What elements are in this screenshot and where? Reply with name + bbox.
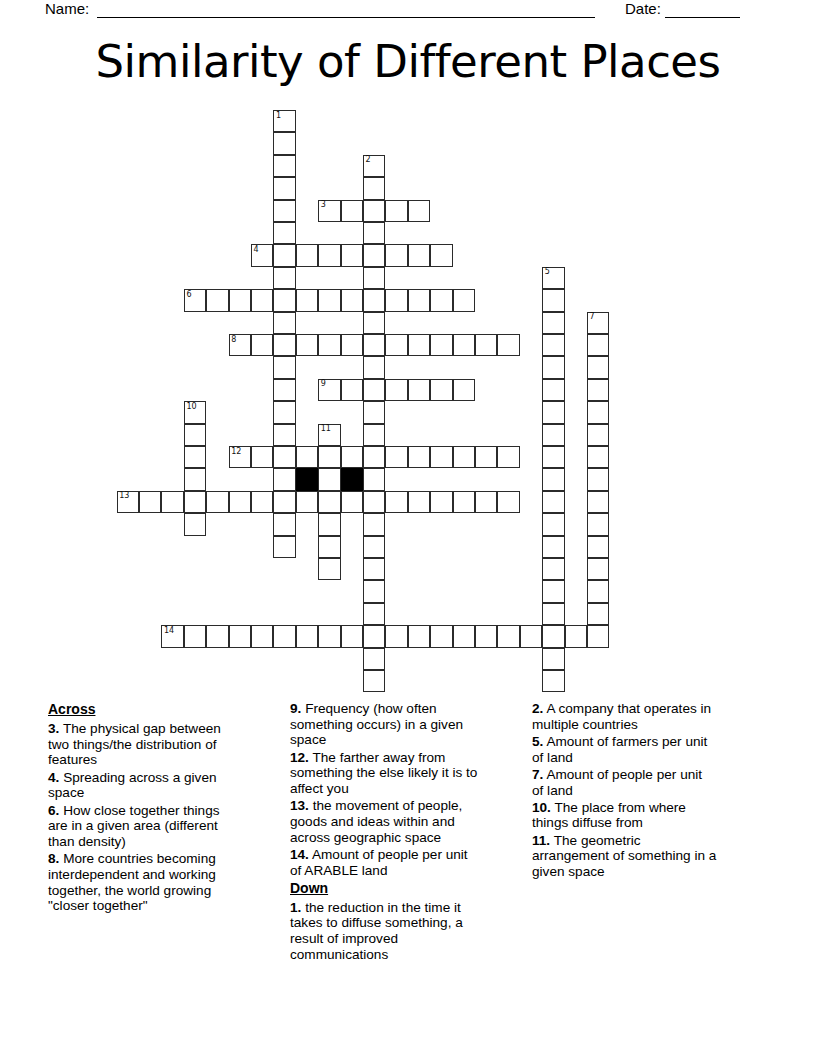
grid-cell[interactable] xyxy=(363,468,385,490)
grid-cell[interactable] xyxy=(542,312,564,334)
blocked-cell xyxy=(341,468,363,490)
grid-cell[interactable] xyxy=(273,177,295,199)
grid-cell[interactable] xyxy=(273,222,295,244)
grid-cell[interactable] xyxy=(273,379,295,401)
grid-cell[interactable]: 12 xyxy=(229,446,251,468)
clue-13: 13. the movement of people, goods and id… xyxy=(290,798,530,845)
clue-text: More countries becoming interdependent a… xyxy=(48,851,216,913)
cell-number: 14 xyxy=(164,627,174,635)
clue-number-label: 13. xyxy=(290,798,309,813)
grid-cell[interactable] xyxy=(587,401,609,423)
grid-cell[interactable] xyxy=(408,200,430,222)
grid-cell[interactable] xyxy=(363,603,385,625)
grid-cell[interactable] xyxy=(542,491,564,513)
grid-cell[interactable] xyxy=(542,648,564,670)
grid-cell[interactable] xyxy=(542,670,564,692)
clue-14: 14. Amount of people per unit of ARABLE … xyxy=(290,847,530,878)
clue-number-label: 7. xyxy=(532,767,543,782)
grid-cell[interactable] xyxy=(587,379,609,401)
clue-number-label: 1. xyxy=(290,900,301,915)
grid-cell[interactable] xyxy=(363,334,385,356)
grid-cell[interactable] xyxy=(565,625,587,647)
grid-cell[interactable] xyxy=(251,334,273,356)
grid-cell[interactable] xyxy=(363,244,385,266)
clue-9: 9. Frequency (how often something occurs… xyxy=(290,701,530,748)
grid-cell[interactable] xyxy=(296,446,318,468)
grid-cell[interactable] xyxy=(229,625,251,647)
grid-cell[interactable] xyxy=(296,334,318,356)
grid-cell[interactable] xyxy=(363,424,385,446)
grid-cell[interactable] xyxy=(520,625,542,647)
grid-cell[interactable]: 13 xyxy=(117,491,139,513)
grid-cell[interactable] xyxy=(497,491,519,513)
puzzle-title: Similarity of Different Places xyxy=(0,36,816,88)
clue-11: 11. The geometric arrangement of somethi… xyxy=(532,833,766,880)
grid-cell[interactable] xyxy=(273,401,295,423)
crossword-worksheet: Name: Date: Similarity of Different Plac… xyxy=(0,0,816,1056)
across-heading: Across xyxy=(48,701,288,717)
clue-text: Amount of farmers per unit of land xyxy=(532,734,707,765)
grid-cell[interactable] xyxy=(206,625,228,647)
grid-cell[interactable] xyxy=(363,558,385,580)
grid-cell[interactable] xyxy=(318,244,340,266)
grid-cell[interactable] xyxy=(273,334,295,356)
grid-cell[interactable] xyxy=(341,244,363,266)
grid-cell[interactable] xyxy=(587,513,609,535)
grid-cell[interactable]: 4 xyxy=(251,244,273,266)
grid-cell[interactable] xyxy=(587,625,609,647)
grid-cell[interactable] xyxy=(430,491,452,513)
grid-cell[interactable]: 3 xyxy=(318,200,340,222)
grid-cell[interactable] xyxy=(587,356,609,378)
clue-text: How close together things are in a given… xyxy=(48,803,220,849)
grid-cell[interactable] xyxy=(542,536,564,558)
clue-10: 10. The place from where things diffuse … xyxy=(532,800,766,831)
grid-cell[interactable] xyxy=(542,356,564,378)
name-label: Name: xyxy=(45,1,89,17)
cell-number: 12 xyxy=(231,448,241,456)
grid-cell[interactable] xyxy=(318,536,340,558)
grid-cell[interactable] xyxy=(453,446,475,468)
cell-number: 4 xyxy=(254,246,259,254)
blocked-cell xyxy=(296,468,318,490)
clue-number-label: 3. xyxy=(48,721,59,736)
grid-cell[interactable] xyxy=(184,468,206,490)
grid-cell[interactable] xyxy=(385,200,407,222)
clue-text: the movement of people, goods and ideas … xyxy=(290,798,462,844)
clue-text: the reduction in the time it takes to di… xyxy=(290,900,463,962)
clue-number-label: 2. xyxy=(532,701,543,716)
grid-cell[interactable] xyxy=(341,200,363,222)
grid-cell[interactable] xyxy=(273,155,295,177)
grid-cell[interactable]: 10 xyxy=(184,401,206,423)
clue-column-right: 2. A company that operates in multiple c… xyxy=(532,701,766,881)
grid-cell[interactable]: 6 xyxy=(184,289,206,311)
grid-cell[interactable] xyxy=(587,536,609,558)
grid-cell[interactable] xyxy=(363,356,385,378)
grid-cell[interactable] xyxy=(341,334,363,356)
grid-cell[interactable] xyxy=(385,625,407,647)
grid-cell[interactable] xyxy=(542,446,564,468)
grid-cell[interactable] xyxy=(408,289,430,311)
grid-cell[interactable] xyxy=(587,446,609,468)
cell-number: 1 xyxy=(276,112,281,120)
grid-cell[interactable] xyxy=(430,289,452,311)
grid-cell[interactable] xyxy=(430,446,452,468)
clue-4: 4. Spreading across a given space xyxy=(48,770,288,801)
grid-cell[interactable] xyxy=(184,424,206,446)
clue-2: 2. A company that operates in multiple c… xyxy=(532,701,766,732)
grid-cell[interactable] xyxy=(430,334,452,356)
grid-cell[interactable] xyxy=(273,356,295,378)
grid-cell[interactable] xyxy=(341,446,363,468)
grid-cell[interactable] xyxy=(273,312,295,334)
grid-cell[interactable] xyxy=(408,334,430,356)
grid-cell[interactable] xyxy=(341,625,363,647)
grid-cell[interactable] xyxy=(363,222,385,244)
clue-7: 7. Amount of people per unit of land xyxy=(532,767,766,798)
grid-cell[interactable] xyxy=(587,603,609,625)
grid-cell[interactable] xyxy=(542,468,564,490)
grid-cell[interactable] xyxy=(385,334,407,356)
cell-number: 9 xyxy=(321,380,326,388)
grid-cell[interactable] xyxy=(296,244,318,266)
clue-8: 8. More countries becoming interdependen… xyxy=(48,851,288,914)
grid-cell[interactable] xyxy=(318,491,340,513)
grid-cell[interactable]: 11 xyxy=(318,424,340,446)
grid-cell[interactable] xyxy=(318,625,340,647)
grid-cell[interactable] xyxy=(363,446,385,468)
grid-cell[interactable] xyxy=(273,513,295,535)
grid-cell[interactable] xyxy=(587,468,609,490)
cell-number: 7 xyxy=(590,313,595,321)
clue-12: 12. The farther away from something the … xyxy=(290,750,530,797)
clue-number-label: 6. xyxy=(48,803,59,818)
cell-number: 11 xyxy=(321,425,331,433)
grid-cell[interactable] xyxy=(453,491,475,513)
grid-cell[interactable]: 5 xyxy=(542,267,564,289)
clue-5: 5. Amount of farmers per unit of land xyxy=(532,734,766,765)
grid-cell[interactable] xyxy=(273,536,295,558)
cell-number: 3 xyxy=(321,201,326,209)
cell-number: 13 xyxy=(119,492,129,500)
grid-cell[interactable] xyxy=(497,446,519,468)
grid-cell[interactable] xyxy=(139,491,161,513)
grid-cell[interactable] xyxy=(318,513,340,535)
grid-cell[interactable] xyxy=(587,580,609,602)
grid-cell[interactable] xyxy=(475,625,497,647)
date-label: Date: xyxy=(625,1,661,17)
grid-cell[interactable] xyxy=(251,491,273,513)
grid-cell[interactable] xyxy=(273,200,295,222)
grid-cell[interactable] xyxy=(385,289,407,311)
grid-cell[interactable]: 8 xyxy=(229,334,251,356)
grid-cell[interactable] xyxy=(363,648,385,670)
grid-cell[interactable] xyxy=(497,625,519,647)
grid-cell[interactable] xyxy=(475,491,497,513)
clue-text: The place from where things diffuse from xyxy=(532,800,686,831)
grid-cell[interactable] xyxy=(229,491,251,513)
grid-cell[interactable] xyxy=(251,289,273,311)
grid-cell[interactable] xyxy=(363,625,385,647)
grid-cell[interactable] xyxy=(542,580,564,602)
grid-cell[interactable] xyxy=(273,625,295,647)
grid-cell[interactable] xyxy=(363,580,385,602)
cell-number: 2 xyxy=(366,156,371,164)
grid-cell[interactable] xyxy=(363,200,385,222)
grid-cell[interactable] xyxy=(587,334,609,356)
grid-cell[interactable] xyxy=(542,379,564,401)
grid-cell[interactable] xyxy=(363,289,385,311)
grid-cell[interactable] xyxy=(430,379,452,401)
grid-cell[interactable] xyxy=(363,536,385,558)
grid-cell[interactable] xyxy=(542,334,564,356)
grid-cell[interactable] xyxy=(430,244,452,266)
clue-number-label: 14. xyxy=(290,847,309,862)
grid-cell[interactable] xyxy=(363,177,385,199)
grid-cell[interactable] xyxy=(453,379,475,401)
grid-cell[interactable] xyxy=(542,513,564,535)
grid-cell[interactable] xyxy=(273,132,295,154)
grid-cell[interactable] xyxy=(363,267,385,289)
grid-cell[interactable] xyxy=(318,468,340,490)
grid-cell[interactable] xyxy=(318,446,340,468)
grid-cell[interactable] xyxy=(273,491,295,513)
grid-cell[interactable] xyxy=(273,468,295,490)
grid-cell[interactable] xyxy=(341,491,363,513)
cell-number: 8 xyxy=(231,336,236,344)
grid-cell[interactable] xyxy=(408,244,430,266)
grid-cell[interactable] xyxy=(296,491,318,513)
clue-number-label: 4. xyxy=(48,770,59,785)
grid-cell[interactable] xyxy=(408,625,430,647)
grid-cell[interactable] xyxy=(229,289,251,311)
grid-cell[interactable] xyxy=(430,625,452,647)
clue-text: The geometric arrangement of something i… xyxy=(532,833,716,879)
grid-cell[interactable] xyxy=(497,334,519,356)
grid-cell[interactable] xyxy=(251,446,273,468)
grid-cell[interactable] xyxy=(453,334,475,356)
grid-cell[interactable] xyxy=(475,334,497,356)
grid-cell[interactable] xyxy=(273,267,295,289)
grid-cell[interactable] xyxy=(385,379,407,401)
grid-cell[interactable] xyxy=(206,491,228,513)
grid-cell[interactable] xyxy=(273,289,295,311)
grid-cell[interactable] xyxy=(385,446,407,468)
grid-cell[interactable] xyxy=(363,670,385,692)
grid-cell[interactable] xyxy=(542,603,564,625)
grid-cell[interactable] xyxy=(408,491,430,513)
grid-cell[interactable]: 1 xyxy=(273,110,295,132)
grid-cell[interactable] xyxy=(385,491,407,513)
grid-cell[interactable]: 7 xyxy=(587,312,609,334)
grid-cell[interactable] xyxy=(206,289,228,311)
clue-number-label: 9. xyxy=(290,701,301,716)
clue-text: Amount of people per unit of land xyxy=(532,767,702,798)
grid-cell[interactable] xyxy=(542,558,564,580)
clue-text: Amount of people per unit of ARABLE land xyxy=(290,847,468,878)
grid-cell[interactable] xyxy=(542,424,564,446)
grid-cell[interactable]: 2 xyxy=(363,155,385,177)
grid-cell[interactable] xyxy=(318,558,340,580)
grid-cell[interactable] xyxy=(184,446,206,468)
clue-number-label: 10. xyxy=(532,800,551,815)
grid-cell[interactable] xyxy=(363,513,385,535)
grid-cell[interactable] xyxy=(318,334,340,356)
grid-cell[interactable] xyxy=(341,379,363,401)
grid-cell[interactable] xyxy=(453,289,475,311)
crossword-grid[interactable]: 1234567891011121314 xyxy=(117,110,610,693)
cell-number: 10 xyxy=(186,403,196,411)
grid-cell[interactable] xyxy=(341,289,363,311)
grid-cell[interactable] xyxy=(273,424,295,446)
grid-cell[interactable] xyxy=(363,379,385,401)
grid-cell[interactable] xyxy=(184,625,206,647)
clue-text: A company that operates in multiple coun… xyxy=(532,701,711,732)
grid-cell[interactable] xyxy=(542,401,564,423)
name-blank-line[interactable] xyxy=(97,0,595,18)
cell-number: 5 xyxy=(545,268,550,276)
grid-cell[interactable] xyxy=(587,424,609,446)
grid-cell[interactable] xyxy=(363,401,385,423)
grid-cell[interactable] xyxy=(184,513,206,535)
clue-number-label: 5. xyxy=(532,734,543,749)
grid-cell[interactable] xyxy=(408,379,430,401)
clue-number-label: 11. xyxy=(532,833,550,848)
clue-text: Spreading across a given space xyxy=(48,770,217,801)
grid-cell[interactable] xyxy=(363,312,385,334)
grid-cell[interactable] xyxy=(273,446,295,468)
down-heading: Down xyxy=(290,880,530,896)
clue-text: The physical gap between two things/the … xyxy=(48,721,221,767)
clue-column-middle: 9. Frequency (how often something occurs… xyxy=(290,701,530,964)
grid-cell[interactable] xyxy=(296,289,318,311)
clue-1: 1. the reduction in the time it takes to… xyxy=(290,900,530,963)
grid-cell[interactable] xyxy=(363,491,385,513)
clue-text: Frequency (how often something occurs) i… xyxy=(290,701,463,747)
clue-number-label: 12. xyxy=(290,750,309,765)
clue-3: 3. The physical gap between two things/t… xyxy=(48,721,288,768)
clue-column-left: Across3. The physical gap between two th… xyxy=(48,701,288,915)
clue-text: The farther away from something the else… xyxy=(290,750,477,796)
date-blank-line[interactable] xyxy=(665,0,740,18)
grid-cell[interactable] xyxy=(318,289,340,311)
grid-cell[interactable] xyxy=(453,625,475,647)
grid-cell[interactable] xyxy=(161,491,183,513)
clue-number-label: 8. xyxy=(48,851,59,866)
grid-cell[interactable] xyxy=(385,244,407,266)
grid-cell[interactable] xyxy=(542,625,564,647)
grid-cell[interactable]: 14 xyxy=(161,625,183,647)
grid-cell[interactable] xyxy=(273,244,295,266)
grid-cell[interactable]: 9 xyxy=(318,379,340,401)
grid-cell[interactable] xyxy=(542,289,564,311)
grid-cell[interactable] xyxy=(408,446,430,468)
grid-cell[interactable] xyxy=(587,558,609,580)
grid-cell[interactable] xyxy=(184,491,206,513)
grid-cell[interactable] xyxy=(475,446,497,468)
clue-6: 6. How close together things are in a gi… xyxy=(48,803,288,850)
grid-cell[interactable] xyxy=(587,491,609,513)
grid-cell[interactable] xyxy=(296,625,318,647)
cell-number: 6 xyxy=(186,291,191,299)
grid-cell[interactable] xyxy=(251,625,273,647)
